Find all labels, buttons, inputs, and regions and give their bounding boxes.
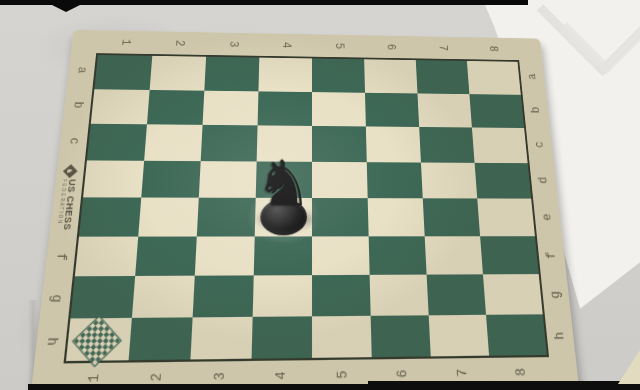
- board-grid: [64, 53, 550, 363]
- square-g7[interactable]: [427, 274, 486, 314]
- square-d7[interactable]: [421, 162, 477, 198]
- rank-top-label-2: 2: [151, 31, 206, 55]
- file-left-label-c: c: [58, 123, 89, 160]
- file-left-label-a: a: [67, 53, 96, 88]
- square-a4[interactable]: [258, 58, 312, 92]
- square-h8[interactable]: [486, 314, 547, 356]
- file-left-label-b: b: [63, 87, 93, 123]
- square-d1[interactable]: [83, 160, 144, 198]
- square-h2[interactable]: [129, 317, 193, 360]
- square-f3[interactable]: [195, 236, 255, 276]
- square-h4[interactable]: [252, 316, 312, 359]
- square-d6[interactable]: [367, 162, 423, 199]
- square-b8[interactable]: [469, 94, 524, 128]
- square-f4[interactable]: [254, 236, 312, 276]
- square-g5[interactable]: [312, 275, 371, 316]
- file-left-label-f: f: [44, 237, 77, 278]
- square-c6[interactable]: [366, 126, 421, 162]
- square-b2[interactable]: [147, 90, 204, 125]
- square-f6[interactable]: [369, 236, 427, 275]
- square-c3[interactable]: [201, 125, 258, 161]
- chess-board: 12345678 12345678 abc ♞ US CHESS FEDERAT…: [30, 30, 578, 390]
- square-h3[interactable]: [190, 316, 252, 359]
- square-g6[interactable]: [370, 275, 429, 316]
- square-c2[interactable]: [144, 124, 202, 160]
- rank-top-label-1: 1: [96, 30, 153, 54]
- file-right-label-g: g: [541, 275, 571, 315]
- square-d8[interactable]: [475, 162, 532, 198]
- rank-top-label-8: 8: [466, 37, 519, 60]
- square-d5[interactable]: [312, 161, 368, 198]
- square-b4[interactable]: [258, 91, 312, 126]
- square-f5[interactable]: [312, 236, 370, 275]
- square-f1[interactable]: [75, 236, 138, 276]
- square-c7[interactable]: [419, 127, 474, 162]
- square-c8[interactable]: [472, 127, 528, 162]
- square-e2[interactable]: [138, 198, 199, 237]
- square-e8[interactable]: [477, 198, 535, 235]
- us-chess-logo-inner: ♞ US CHESS FEDERATION: [56, 166, 79, 230]
- square-h5[interactable]: [312, 315, 372, 358]
- square-h1[interactable]: [66, 317, 132, 361]
- file-right-label-f: f: [537, 236, 567, 275]
- square-e3[interactable]: [197, 198, 256, 236]
- top-dark-notch: [52, 5, 80, 12]
- square-b5[interactable]: [312, 92, 366, 127]
- square-e7[interactable]: [423, 198, 480, 235]
- square-a6[interactable]: [364, 59, 417, 93]
- square-f7[interactable]: [425, 236, 483, 275]
- square-a8[interactable]: [467, 61, 521, 94]
- knight-badge-icon: ♞: [63, 164, 78, 178]
- square-a2[interactable]: [150, 56, 206, 90]
- square-g4[interactable]: [253, 275, 312, 316]
- square-h7[interactable]: [429, 314, 489, 356]
- rank-top-label-6: 6: [364, 35, 417, 58]
- square-h6[interactable]: [371, 315, 431, 357]
- square-a7[interactable]: [416, 60, 470, 94]
- square-b7[interactable]: [417, 93, 471, 127]
- square-d3[interactable]: [199, 161, 257, 198]
- file-left-label-g: g: [39, 277, 72, 319]
- file-right-label-h: h: [545, 315, 576, 357]
- rank-top-label-7: 7: [415, 36, 468, 59]
- square-g3[interactable]: [193, 275, 254, 316]
- square-b6[interactable]: [365, 92, 419, 127]
- square-d4[interactable]: [256, 161, 312, 198]
- square-a5[interactable]: [312, 58, 365, 92]
- file-right-label-d: d: [529, 162, 557, 198]
- square-b3[interactable]: [203, 90, 259, 125]
- rank-top-label-3: 3: [205, 32, 259, 55]
- square-e5[interactable]: [312, 198, 369, 236]
- square-f8[interactable]: [480, 236, 539, 275]
- square-f2[interactable]: [135, 236, 197, 276]
- us-chess-logo-text: US CHESS FEDERATION: [56, 179, 77, 230]
- rank-top-label-5: 5: [312, 34, 365, 57]
- vinyl-mat: 12345678 12345678 abc ♞ US CHESS FEDERAT…: [30, 30, 578, 390]
- square-e4[interactable]: [255, 198, 312, 236]
- square-a3[interactable]: [204, 57, 259, 91]
- square-a1[interactable]: [94, 55, 152, 90]
- square-e1[interactable]: [79, 197, 141, 236]
- square-c5[interactable]: [312, 126, 367, 162]
- bottom-dark-edge-right: [368, 381, 640, 390]
- square-c4[interactable]: [257, 125, 312, 161]
- square-e6[interactable]: [368, 198, 425, 236]
- file-right-label-c: c: [526, 127, 554, 162]
- square-g8[interactable]: [483, 274, 543, 314]
- square-c1[interactable]: [87, 124, 147, 161]
- file-right-label-b: b: [522, 93, 549, 127]
- rank-top-label-4: 4: [259, 33, 312, 56]
- file-left-label-h: h: [34, 320, 68, 364]
- photo-canvas: 12345678 12345678 abc ♞ US CHESS FEDERAT…: [0, 0, 640, 390]
- file-right-label-a: a: [519, 60, 546, 93]
- file-right-label-e: e: [533, 199, 562, 237]
- square-d2[interactable]: [141, 160, 200, 197]
- square-g1[interactable]: [71, 276, 136, 318]
- square-g2[interactable]: [132, 276, 195, 318]
- square-b1[interactable]: [91, 89, 150, 125]
